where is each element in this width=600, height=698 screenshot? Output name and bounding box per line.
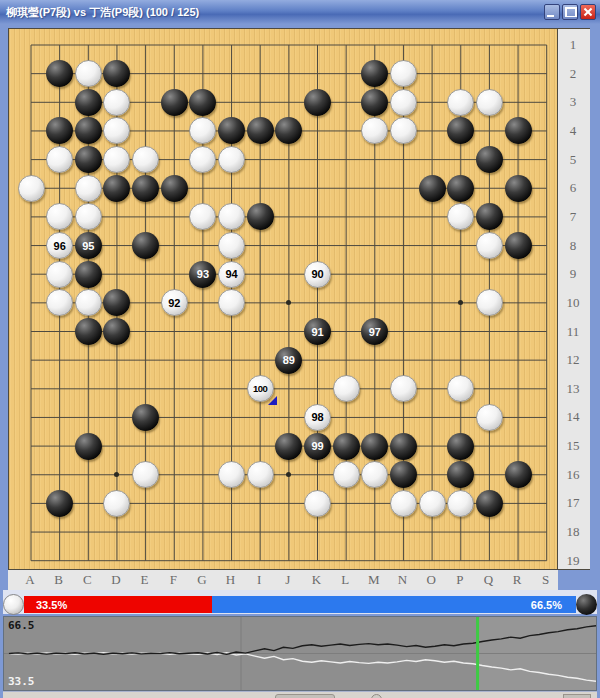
row-label-8: 8 — [570, 238, 577, 254]
maximize-icon — [565, 7, 577, 17]
graph-min-label: 33.5 — [8, 675, 35, 688]
stone-black-R16[interactable] — [505, 461, 532, 488]
stone-black-C8[interactable]: 95 — [75, 232, 102, 259]
stone-white-P17[interactable] — [447, 490, 474, 517]
stone-black-Q5[interactable] — [476, 146, 503, 173]
stone-black-C9[interactable] — [75, 261, 102, 288]
stone-white-C7[interactable] — [75, 203, 102, 230]
black-winrate-label: 66.5% — [531, 599, 562, 611]
row-label-4: 4 — [570, 123, 577, 139]
column-label-F: F — [170, 572, 177, 588]
stone-black-O6[interactable] — [419, 175, 446, 202]
stone-black-F3[interactable] — [161, 89, 188, 116]
white-winrate-label: 33.5% — [36, 599, 67, 611]
stone-black-G9[interactable]: 93 — [189, 261, 216, 288]
graph-max-label: 66.5 — [8, 619, 35, 632]
row-label-11: 11 — [567, 324, 580, 340]
row-label-19: 19 — [567, 553, 580, 569]
stone-white-F10[interactable]: 92 — [161, 289, 188, 316]
column-label-I: I — [257, 572, 261, 588]
stone-black-I4[interactable] — [247, 117, 274, 144]
stone-black-N15[interactable] — [390, 433, 417, 460]
column-label-C: C — [83, 572, 92, 588]
title-bar[interactable]: 柳琪瑩(P7段) vs 丁浩(P9段) (100 / 125) — [0, 0, 600, 24]
column-label-K: K — [312, 572, 321, 588]
stone-black-R6[interactable] — [505, 175, 532, 202]
window-controls — [544, 4, 596, 20]
column-label-G: G — [197, 572, 206, 588]
stone-white-L13[interactable] — [333, 375, 360, 402]
stone-black-K11[interactable]: 91 — [304, 318, 331, 345]
toolbar-radio[interactable] — [371, 694, 382, 698]
row-label-7: 7 — [570, 209, 577, 225]
row-label-2: 2 — [570, 66, 577, 82]
row-label-3: 3 — [570, 94, 577, 110]
stone-white-H5[interactable] — [218, 146, 245, 173]
stone-white-I16[interactable] — [247, 461, 274, 488]
stone-white-N3[interactable] — [390, 89, 417, 116]
row-label-14: 14 — [567, 409, 580, 425]
window-title: 柳琪瑩(P7段) vs 丁浩(P9段) (100 / 125) — [0, 5, 199, 20]
stone-black-R8[interactable] — [505, 232, 532, 259]
stone-white-A6[interactable] — [18, 175, 45, 202]
stone-black-K15[interactable]: 99 — [304, 433, 331, 460]
winrate-graph-plot[interactable] — [4, 617, 596, 690]
stone-white-C6[interactable] — [75, 175, 102, 202]
stone-black-I7[interactable] — [247, 203, 274, 230]
column-label-E: E — [141, 572, 149, 588]
stone-black-C5[interactable] — [75, 146, 102, 173]
stone-white-N2[interactable] — [390, 60, 417, 87]
row-label-16: 16 — [567, 467, 580, 483]
board-area: 9695939490929197891009899 12345678910111… — [0, 24, 600, 590]
column-label-L: L — [341, 572, 349, 588]
row-label-15: 15 — [567, 438, 580, 454]
black-winrate-segment: 66.5% — [212, 596, 576, 613]
winrate-graph[interactable]: 66.5 33.5 — [3, 616, 597, 691]
minimize-button[interactable] — [544, 4, 560, 20]
stone-black-G3[interactable] — [189, 89, 216, 116]
column-label-P: P — [456, 572, 463, 588]
stone-black-C15[interactable] — [75, 433, 102, 460]
maximize-button[interactable] — [562, 4, 578, 20]
column-label-D: D — [111, 572, 120, 588]
column-label-O: O — [426, 572, 435, 588]
stone-black-N16[interactable] — [390, 461, 417, 488]
winrate-bar: 33.5% 66.5% — [3, 595, 597, 614]
row-label-9: 9 — [570, 266, 577, 282]
stone-white-N17[interactable] — [390, 490, 417, 517]
row-label-17: 17 — [567, 495, 580, 511]
column-label-N: N — [398, 572, 407, 588]
column-label-H: H — [226, 572, 235, 588]
resize-grip[interactable] — [563, 694, 591, 698]
column-label-M: M — [368, 572, 380, 588]
toolbar-button[interactable] — [275, 694, 335, 698]
stone-white-K9[interactable]: 90 — [304, 261, 331, 288]
column-label-A: A — [25, 572, 34, 588]
column-coordinates: ABCDEFGHIJKLMNOPQRS — [8, 570, 558, 590]
stone-black-M3[interactable] — [361, 89, 388, 116]
stone-white-B9[interactable] — [46, 261, 73, 288]
row-label-12: 12 — [567, 352, 580, 368]
stone-white-Q3[interactable] — [476, 89, 503, 116]
stone-white-P3[interactable] — [447, 89, 474, 116]
row-label-13: 13 — [567, 381, 580, 397]
close-button[interactable] — [580, 4, 596, 20]
stone-white-O17[interactable] — [419, 490, 446, 517]
last-move-marker — [268, 396, 277, 405]
stone-white-H8[interactable] — [218, 232, 245, 259]
stone-black-E8[interactable] — [132, 232, 159, 259]
stone-white-I13[interactable]: 100 — [247, 375, 274, 402]
stone-white-H9[interactable]: 94 — [218, 261, 245, 288]
stone-white-C10[interactable] — [75, 289, 102, 316]
stone-white-K17[interactable] — [304, 490, 331, 517]
stone-white-L16[interactable] — [333, 461, 360, 488]
stone-black-J15[interactable] — [275, 433, 302, 460]
stone-black-E14[interactable] — [132, 404, 159, 431]
stone-black-Q17[interactable] — [476, 490, 503, 517]
column-label-B: B — [54, 572, 63, 588]
bottom-toolbar — [3, 691, 597, 698]
row-label-6: 6 — [570, 180, 577, 196]
stone-white-E5[interactable] — [132, 146, 159, 173]
stone-black-M15[interactable] — [361, 433, 388, 460]
stone-white-Q8[interactable] — [476, 232, 503, 259]
stone-white-Q14[interactable] — [476, 404, 503, 431]
white-stone-icon — [3, 594, 24, 615]
stone-black-F6[interactable] — [161, 175, 188, 202]
column-label-Q: Q — [484, 572, 493, 588]
go-game-window: 柳琪瑩(P7段) vs 丁浩(P9段) (100 / 125) 96959394… — [0, 0, 600, 698]
white-winrate-segment: 33.5% — [24, 596, 212, 613]
row-label-5: 5 — [570, 152, 577, 168]
go-board[interactable]: 9695939490929197891009899 — [8, 28, 558, 570]
column-label-J: J — [285, 572, 290, 588]
stone-black-B17[interactable] — [46, 490, 73, 517]
row-label-18: 18 — [567, 524, 580, 540]
stone-black-L15[interactable] — [333, 433, 360, 460]
black-stone-icon — [576, 594, 597, 615]
row-label-1: 1 — [570, 37, 577, 53]
stone-black-K3[interactable] — [304, 89, 331, 116]
stone-white-K14[interactable]: 98 — [304, 404, 331, 431]
column-label-R: R — [513, 572, 522, 588]
stone-black-P15[interactable] — [447, 433, 474, 460]
stone-black-R4[interactable] — [505, 117, 532, 144]
column-label-S: S — [542, 572, 549, 588]
row-coordinates: 12345678910111213141516171819 — [558, 28, 590, 570]
stone-white-C2[interactable] — [75, 60, 102, 87]
stone-black-C3[interactable] — [75, 89, 102, 116]
stone-black-D6[interactable] — [103, 175, 130, 202]
stone-black-E6[interactable] — [132, 175, 159, 202]
stone-white-B8[interactable]: 96 — [46, 232, 73, 259]
stone-black-C11[interactable] — [75, 318, 102, 345]
stone-black-P6[interactable] — [447, 175, 474, 202]
row-label-10: 10 — [567, 295, 580, 311]
stone-black-J12[interactable]: 89 — [275, 347, 302, 374]
minimize-icon — [547, 15, 554, 17]
